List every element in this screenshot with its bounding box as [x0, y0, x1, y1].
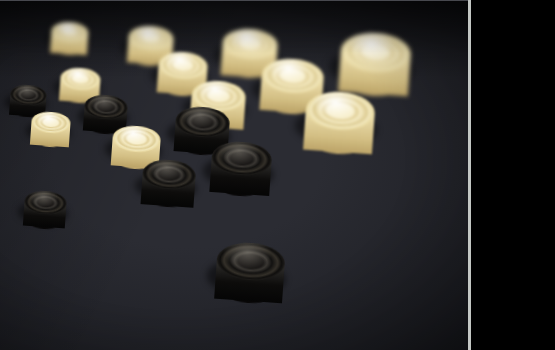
square-r4c1	[0, 114, 39, 143]
square-r6c5	[119, 199, 187, 241]
square-r5c2	[10, 143, 62, 175]
square-r7c7	[209, 259, 292, 311]
square-r4c3	[63, 129, 121, 162]
screenshot-frame	[0, 0, 555, 350]
square-r3c6	[221, 132, 298, 171]
square-r1c4	[151, 67, 215, 98]
square-r4c4	[105, 138, 168, 173]
checkers-board	[0, 25, 439, 323]
square-r3c4	[120, 114, 183, 148]
square-r3c2	[39, 100, 92, 130]
square-r4c7	[263, 172, 348, 217]
square-r1c2	[67, 57, 121, 84]
square-r5c4	[89, 162, 151, 199]
black-side-panel	[471, 0, 555, 350]
square-r3c0	[0, 87, 17, 113]
square-r6c2	[0, 165, 48, 199]
frame-divider-line	[468, 0, 471, 350]
square-r5c3	[48, 152, 105, 187]
board-3d-scene	[0, 1, 470, 350]
square-r6c4	[74, 187, 136, 226]
square-r4c5	[152, 148, 221, 186]
square-r2c0	[0, 68, 31, 93]
square-r4c2	[25, 121, 78, 152]
square-r5c5	[135, 174, 204, 214]
board-photo	[0, 0, 470, 350]
board-lighting-overlay	[0, 25, 439, 323]
square-r1c1	[31, 53, 81, 79]
square-r6c7	[227, 230, 311, 280]
square-r5c6	[187, 186, 263, 229]
board-wood-edge	[0, 31, 440, 329]
square-r3c5	[168, 123, 238, 159]
square-r0c6	[270, 53, 349, 86]
square-r2c5	[184, 98, 254, 133]
square-r2c1	[17, 73, 67, 100]
square-r6c3	[33, 175, 90, 211]
square-r0c4	[166, 44, 231, 73]
square-r5c7	[245, 201, 330, 248]
square-r1c0	[0, 49, 44, 73]
square-r0c3	[121, 40, 180, 67]
square-r7c5	[103, 225, 170, 269]
square-r4c6	[204, 159, 281, 200]
square-r0c1	[44, 32, 94, 56]
square-r3c1	[4, 93, 53, 121]
square-r3c7	[281, 143, 367, 186]
square-r0c5	[215, 48, 286, 79]
square-r6c6	[170, 214, 245, 260]
square-r2c3	[92, 84, 150, 114]
square-r7c6	[153, 241, 228, 289]
square-r4c0	[0, 107, 4, 134]
square-r2c4	[136, 91, 200, 123]
square-r5c1	[0, 134, 25, 164]
square-r7c4	[58, 211, 119, 251]
square-r6c1	[0, 155, 10, 186]
square-r7c3	[18, 198, 74, 236]
square-r7c2	[0, 187, 33, 222]
square-r1c5	[199, 73, 270, 106]
square-r2c6	[237, 106, 315, 143]
square-r2c2	[53, 78, 107, 106]
square-r2c7	[298, 115, 385, 156]
square-r0c2	[81, 36, 136, 62]
square-r0c0	[11, 29, 58, 52]
square-r3c3	[78, 107, 136, 139]
square-r1c7	[315, 87, 402, 125]
square-r1c3	[107, 62, 166, 91]
board-grid	[0, 29, 420, 311]
square-r1c6	[254, 79, 332, 114]
square-r0c7	[332, 59, 420, 95]
